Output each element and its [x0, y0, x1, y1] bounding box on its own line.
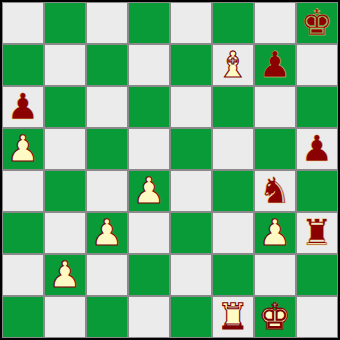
square-b3[interactable]	[44, 212, 86, 254]
square-f2[interactable]	[212, 254, 254, 296]
square-g2[interactable]	[254, 254, 296, 296]
square-d4[interactable]: ♟	[128, 170, 170, 212]
piece-white-bishop[interactable]: ♝	[217, 44, 249, 86]
square-d7[interactable]	[128, 44, 170, 86]
square-e1[interactable]	[170, 296, 212, 338]
square-b6[interactable]	[44, 86, 86, 128]
piece-black-king[interactable]: ♚	[301, 2, 333, 44]
square-h5[interactable]: ♟	[296, 128, 338, 170]
square-h7[interactable]	[296, 44, 338, 86]
square-d5[interactable]	[128, 128, 170, 170]
piece-white-pawn[interactable]: ♟	[7, 128, 39, 170]
square-b2[interactable]: ♟	[44, 254, 86, 296]
piece-white-rook[interactable]: ♜	[217, 296, 249, 338]
square-h4[interactable]	[296, 170, 338, 212]
square-d1[interactable]	[128, 296, 170, 338]
piece-black-knight[interactable]: ♞	[259, 170, 291, 212]
square-e7[interactable]	[170, 44, 212, 86]
square-a6[interactable]: ♟	[2, 86, 44, 128]
square-h8[interactable]: ♚	[296, 2, 338, 44]
piece-black-pawn[interactable]: ♟	[259, 44, 291, 86]
piece-white-pawn[interactable]: ♟	[259, 212, 291, 254]
piece-black-pawn[interactable]: ♟	[7, 86, 39, 128]
square-a3[interactable]	[2, 212, 44, 254]
piece-black-pawn[interactable]: ♟	[301, 128, 333, 170]
square-h2[interactable]	[296, 254, 338, 296]
square-f6[interactable]	[212, 86, 254, 128]
square-a1[interactable]	[2, 296, 44, 338]
square-e5[interactable]	[170, 128, 212, 170]
square-g6[interactable]	[254, 86, 296, 128]
square-c5[interactable]	[86, 128, 128, 170]
square-g3[interactable]: ♟	[254, 212, 296, 254]
square-b1[interactable]	[44, 296, 86, 338]
square-b5[interactable]	[44, 128, 86, 170]
square-g8[interactable]	[254, 2, 296, 44]
square-d2[interactable]	[128, 254, 170, 296]
chess-board-frame: ♚♝♟♟♟♟♟♞♟♟♜♟♜♚	[0, 0, 340, 340]
piece-white-pawn[interactable]: ♟	[49, 254, 81, 296]
square-c4[interactable]	[86, 170, 128, 212]
square-h3[interactable]: ♜	[296, 212, 338, 254]
square-a5[interactable]: ♟	[2, 128, 44, 170]
piece-white-pawn[interactable]: ♟	[133, 170, 165, 212]
square-e4[interactable]	[170, 170, 212, 212]
square-b7[interactable]	[44, 44, 86, 86]
square-e3[interactable]	[170, 212, 212, 254]
square-e6[interactable]	[170, 86, 212, 128]
square-a8[interactable]	[2, 2, 44, 44]
square-g5[interactable]	[254, 128, 296, 170]
square-h1[interactable]	[296, 296, 338, 338]
square-g1[interactable]: ♚	[254, 296, 296, 338]
square-f1[interactable]: ♜	[212, 296, 254, 338]
square-c7[interactable]	[86, 44, 128, 86]
square-c3[interactable]: ♟	[86, 212, 128, 254]
square-f3[interactable]	[212, 212, 254, 254]
square-f5[interactable]	[212, 128, 254, 170]
square-d6[interactable]	[128, 86, 170, 128]
square-e2[interactable]	[170, 254, 212, 296]
square-d8[interactable]	[128, 2, 170, 44]
square-c2[interactable]	[86, 254, 128, 296]
square-g4[interactable]: ♞	[254, 170, 296, 212]
square-b4[interactable]	[44, 170, 86, 212]
square-e8[interactable]	[170, 2, 212, 44]
chess-board: ♚♝♟♟♟♟♟♞♟♟♜♟♜♚	[2, 2, 338, 338]
square-a4[interactable]	[2, 170, 44, 212]
square-c6[interactable]	[86, 86, 128, 128]
square-a7[interactable]	[2, 44, 44, 86]
piece-black-rook[interactable]: ♜	[301, 212, 333, 254]
square-h6[interactable]	[296, 86, 338, 128]
square-c1[interactable]	[86, 296, 128, 338]
square-g7[interactable]: ♟	[254, 44, 296, 86]
square-f7[interactable]: ♝	[212, 44, 254, 86]
square-d3[interactable]	[128, 212, 170, 254]
square-f8[interactable]	[212, 2, 254, 44]
square-f4[interactable]	[212, 170, 254, 212]
square-c8[interactable]	[86, 2, 128, 44]
piece-white-pawn[interactable]: ♟	[91, 212, 123, 254]
piece-white-king[interactable]: ♚	[259, 296, 291, 338]
square-a2[interactable]	[2, 254, 44, 296]
square-b8[interactable]	[44, 2, 86, 44]
